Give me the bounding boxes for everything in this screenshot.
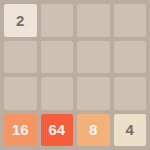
empty-cell-r1c3 [114,41,147,74]
tile-4-r3c3: 4 [114,114,147,147]
tile-2-r0c0: 2 [4,4,37,37]
empty-cell-r2c1 [41,77,74,110]
empty-cell-r1c1 [41,41,74,74]
empty-cell-r1c0 [4,41,37,74]
tile-64-r3c1: 64 [41,114,74,147]
empty-cell-r0c1 [41,4,74,37]
empty-cell-r0c3 [114,4,147,37]
empty-cell-r2c0 [4,77,37,110]
tile-16-r3c0: 16 [4,114,37,147]
board-grid[interactable]: 2166484 [0,0,150,150]
empty-cell-r0c2 [77,4,110,37]
empty-cell-r2c2 [77,77,110,110]
tile-8-r3c2: 8 [77,114,110,147]
empty-cell-r2c3 [114,77,147,110]
empty-cell-r1c2 [77,41,110,74]
